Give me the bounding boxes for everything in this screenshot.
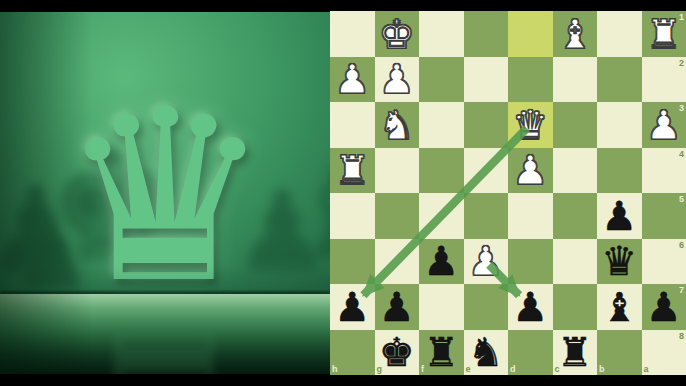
square-f3[interactable]: [419, 102, 464, 148]
video-frame: ♚ ♟ ♟ ♟ ♝ ♛ ♛ ♚♝♜1♟♟2♞♛♟3♜♟4♟5♟♟♛6♟♟♟♝♟7…: [0, 0, 686, 386]
square-g3[interactable]: ♞: [375, 102, 420, 148]
square-c3[interactable]: [553, 102, 598, 148]
square-d1[interactable]: [508, 11, 553, 57]
rank-label-7: 7: [679, 286, 684, 295]
square-h1[interactable]: [330, 11, 375, 57]
rank-label-3: 3: [679, 104, 684, 113]
square-b5[interactable]: ♟: [597, 193, 642, 239]
square-a5[interactable]: 5: [642, 193, 686, 239]
file-label-g: g: [377, 365, 383, 374]
square-e7[interactable]: [464, 284, 509, 330]
black-pawn-d7[interactable]: ♟: [512, 287, 548, 327]
file-label-c: c: [555, 365, 560, 374]
square-g6[interactable]: [375, 239, 420, 285]
square-g2[interactable]: ♟: [375, 57, 420, 103]
white-pawn-e6[interactable]: ♟: [468, 241, 504, 281]
chess-board-area: ♚♝♜1♟♟2♞♛♟3♜♟4♟5♟♟♛6♟♟♟♝♟7h♚g♜f♞ed♜cb8a: [330, 11, 686, 375]
black-pawn-g7[interactable]: ♟: [379, 287, 415, 327]
black-rook-c8[interactable]: ♜: [557, 332, 593, 372]
rank-label-1: 1: [679, 13, 684, 22]
white-pawn-a3[interactable]: ♟: [646, 105, 682, 145]
file-label-h: h: [332, 365, 338, 374]
square-b7[interactable]: ♝: [597, 284, 642, 330]
square-d7[interactable]: ♟: [508, 284, 553, 330]
photo-vignette: [0, 12, 330, 374]
black-pawn-a7[interactable]: ♟: [646, 287, 682, 327]
square-e1[interactable]: [464, 11, 509, 57]
square-f7[interactable]: [419, 284, 464, 330]
square-a1[interactable]: ♜1: [642, 11, 686, 57]
square-d3[interactable]: ♛: [508, 102, 553, 148]
square-e2[interactable]: [464, 57, 509, 103]
square-a3[interactable]: ♟3: [642, 102, 686, 148]
square-e3[interactable]: [464, 102, 509, 148]
square-g5[interactable]: [375, 193, 420, 239]
square-d4[interactable]: ♟: [508, 148, 553, 194]
square-d2[interactable]: [508, 57, 553, 103]
square-d6[interactable]: [508, 239, 553, 285]
square-e6[interactable]: ♟: [464, 239, 509, 285]
square-a8[interactable]: 8a: [642, 330, 686, 376]
black-pawn-b5[interactable]: ♟: [601, 196, 637, 236]
square-f6[interactable]: ♟: [419, 239, 464, 285]
black-rook-f8[interactable]: ♜: [423, 332, 459, 372]
white-pawn-d4[interactable]: ♟: [512, 150, 548, 190]
square-h6[interactable]: [330, 239, 375, 285]
square-e8[interactable]: ♞e: [464, 330, 509, 376]
file-label-e: e: [466, 365, 471, 374]
square-g7[interactable]: ♟: [375, 284, 420, 330]
square-a2[interactable]: 2: [642, 57, 686, 103]
square-h8[interactable]: h: [330, 330, 375, 376]
white-bishop-c1[interactable]: ♝: [557, 14, 593, 54]
white-rook-h4[interactable]: ♜: [334, 150, 370, 190]
white-queen-d3[interactable]: ♛: [512, 105, 548, 145]
square-d5[interactable]: [508, 193, 553, 239]
rank-label-2: 2: [679, 59, 684, 68]
file-label-b: b: [599, 365, 605, 374]
black-queen-b6[interactable]: ♛: [601, 241, 637, 281]
intro-photo: ♚ ♟ ♟ ♟ ♝ ♛ ♛: [0, 12, 330, 374]
square-h4[interactable]: ♜: [330, 148, 375, 194]
square-f4[interactable]: [419, 148, 464, 194]
black-king-g8[interactable]: ♚: [379, 332, 415, 372]
square-b2[interactable]: [597, 57, 642, 103]
rank-label-8: 8: [679, 332, 684, 341]
square-h7[interactable]: ♟: [330, 284, 375, 330]
white-pawn-g2[interactable]: ♟: [379, 59, 415, 99]
square-a7[interactable]: ♟7: [642, 284, 686, 330]
square-b6[interactable]: ♛: [597, 239, 642, 285]
square-c6[interactable]: [553, 239, 598, 285]
square-h2[interactable]: ♟: [330, 57, 375, 103]
square-c5[interactable]: [553, 193, 598, 239]
rank-label-6: 6: [679, 241, 684, 250]
square-d8[interactable]: d: [508, 330, 553, 376]
black-pawn-h7[interactable]: ♟: [334, 287, 370, 327]
square-g1[interactable]: ♚: [375, 11, 420, 57]
square-f8[interactable]: ♜f: [419, 330, 464, 376]
rank-label-5: 5: [679, 195, 684, 204]
square-c1[interactable]: ♝: [553, 11, 598, 57]
square-b1[interactable]: [597, 11, 642, 57]
rank-label-4: 4: [679, 150, 684, 159]
file-label-f: f: [421, 365, 424, 374]
square-b8[interactable]: b: [597, 330, 642, 376]
chess-board[interactable]: ♚♝♜1♟♟2♞♛♟3♜♟4♟5♟♟♛6♟♟♟♝♟7h♚g♜f♞ed♜cb8a: [330, 11, 686, 375]
square-a4[interactable]: 4: [642, 148, 686, 194]
square-c7[interactable]: [553, 284, 598, 330]
black-knight-e8[interactable]: ♞: [468, 332, 504, 372]
white-pawn-h2[interactable]: ♟: [334, 59, 370, 99]
square-b3[interactable]: [597, 102, 642, 148]
square-c2[interactable]: [553, 57, 598, 103]
square-c8[interactable]: ♜c: [553, 330, 598, 376]
file-label-d: d: [510, 365, 516, 374]
white-king-g1[interactable]: ♚: [379, 14, 415, 54]
white-rook-a1[interactable]: ♜: [646, 14, 682, 54]
black-bishop-b7[interactable]: ♝: [601, 287, 637, 327]
square-f2[interactable]: [419, 57, 464, 103]
square-h3[interactable]: [330, 102, 375, 148]
file-label-a: a: [644, 365, 649, 374]
square-f5[interactable]: [419, 193, 464, 239]
square-f1[interactable]: [419, 11, 464, 57]
square-c4[interactable]: [553, 148, 598, 194]
square-b4[interactable]: [597, 148, 642, 194]
black-pawn-f6[interactable]: ♟: [423, 241, 459, 281]
square-g4[interactable]: [375, 148, 420, 194]
square-e4[interactable]: [464, 148, 509, 194]
white-knight-g3[interactable]: ♞: [379, 105, 415, 145]
square-h5[interactable]: [330, 193, 375, 239]
square-e5[interactable]: [464, 193, 509, 239]
square-a6[interactable]: 6: [642, 239, 686, 285]
square-g8[interactable]: ♚g: [375, 330, 420, 376]
